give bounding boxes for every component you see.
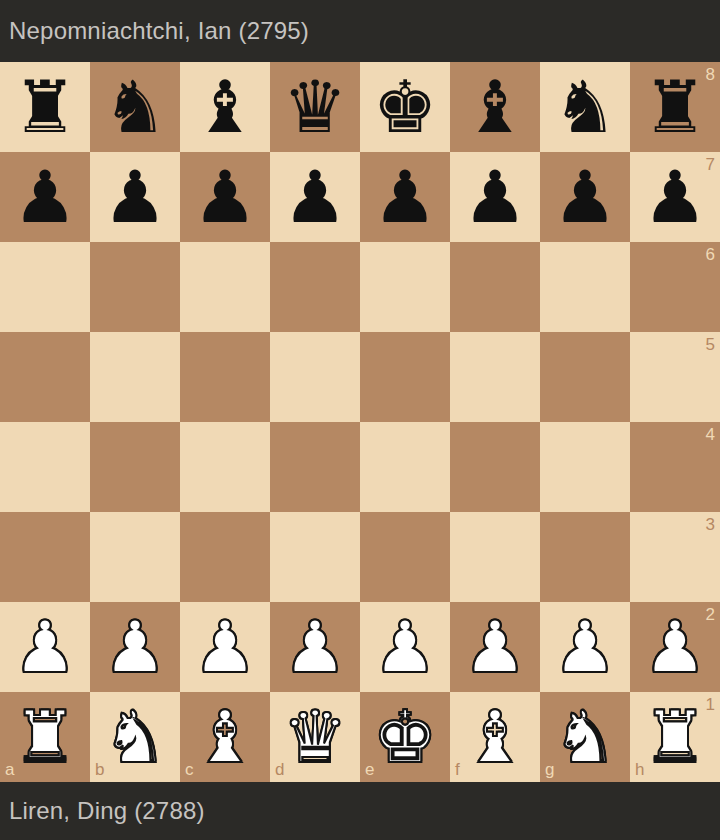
square-e6[interactable]: [360, 242, 450, 332]
square-b5[interactable]: [90, 332, 180, 422]
square-b8[interactable]: ♞: [90, 62, 180, 152]
square-h5[interactable]: 5: [630, 332, 720, 422]
piece-black-pawn[interactable]: ♟: [540, 152, 630, 242]
square-c4[interactable]: [180, 422, 270, 512]
square-c2[interactable]: ♟: [180, 602, 270, 692]
piece-white-queen[interactable]: ♛: [270, 692, 360, 782]
square-h4[interactable]: 4: [630, 422, 720, 512]
piece-black-pawn[interactable]: ♟: [0, 152, 90, 242]
square-a2[interactable]: ♟: [0, 602, 90, 692]
square-f6[interactable]: [450, 242, 540, 332]
square-b6[interactable]: [90, 242, 180, 332]
square-b3[interactable]: [90, 512, 180, 602]
coord-rank-5: 5: [706, 336, 715, 353]
square-g1[interactable]: g♞: [540, 692, 630, 782]
square-g2[interactable]: ♟: [540, 602, 630, 692]
piece-black-king[interactable]: ♚: [360, 62, 450, 152]
player-name-bottom: Liren, Ding (2788): [9, 797, 205, 825]
piece-black-pawn[interactable]: ♟: [630, 152, 720, 242]
piece-black-rook[interactable]: ♜: [630, 62, 720, 152]
square-b7[interactable]: ♟: [90, 152, 180, 242]
square-f4[interactable]: [450, 422, 540, 512]
square-h3[interactable]: 3: [630, 512, 720, 602]
chess-board: ♜♞♝♛♚♝♞8♜♟♟♟♟♟♟♟7♟6543♟♟♟♟♟♟♟2♟a♜b♞c♝d♛e…: [0, 62, 720, 782]
square-a8[interactable]: ♜: [0, 62, 90, 152]
player-bar-bottom: Liren, Ding (2788): [0, 782, 720, 840]
square-a5[interactable]: [0, 332, 90, 422]
square-b1[interactable]: b♞: [90, 692, 180, 782]
piece-white-bishop[interactable]: ♝: [180, 692, 270, 782]
square-a1[interactable]: a♜: [0, 692, 90, 782]
piece-black-queen[interactable]: ♛: [270, 62, 360, 152]
piece-white-pawn[interactable]: ♟: [180, 602, 270, 692]
square-c6[interactable]: [180, 242, 270, 332]
coord-rank-4: 4: [706, 426, 715, 443]
player-bar-top: Nepomniachtchi, Ian (2795): [0, 0, 720, 62]
square-e3[interactable]: [360, 512, 450, 602]
piece-white-pawn[interactable]: ♟: [0, 602, 90, 692]
square-c3[interactable]: [180, 512, 270, 602]
square-b4[interactable]: [90, 422, 180, 512]
square-g8[interactable]: ♞: [540, 62, 630, 152]
piece-black-bishop[interactable]: ♝: [180, 62, 270, 152]
piece-white-pawn[interactable]: ♟: [540, 602, 630, 692]
square-d4[interactable]: [270, 422, 360, 512]
square-c7[interactable]: ♟: [180, 152, 270, 242]
piece-white-knight[interactable]: ♞: [540, 692, 630, 782]
piece-white-pawn[interactable]: ♟: [450, 602, 540, 692]
piece-black-rook[interactable]: ♜: [0, 62, 90, 152]
square-f2[interactable]: ♟: [450, 602, 540, 692]
square-c5[interactable]: [180, 332, 270, 422]
coord-rank-6: 6: [706, 246, 715, 263]
piece-white-pawn[interactable]: ♟: [270, 602, 360, 692]
square-e2[interactable]: ♟: [360, 602, 450, 692]
square-d3[interactable]: [270, 512, 360, 602]
piece-white-rook[interactable]: ♜: [630, 692, 720, 782]
coord-rank-3: 3: [706, 516, 715, 533]
square-f3[interactable]: [450, 512, 540, 602]
piece-white-pawn[interactable]: ♟: [360, 602, 450, 692]
piece-black-pawn[interactable]: ♟: [450, 152, 540, 242]
piece-black-pawn[interactable]: ♟: [90, 152, 180, 242]
player-name-top: Nepomniachtchi, Ian (2795): [9, 17, 309, 45]
piece-black-bishop[interactable]: ♝: [450, 62, 540, 152]
square-c1[interactable]: c♝: [180, 692, 270, 782]
square-e7[interactable]: ♟: [360, 152, 450, 242]
square-g6[interactable]: [540, 242, 630, 332]
square-f5[interactable]: [450, 332, 540, 422]
square-d2[interactable]: ♟: [270, 602, 360, 692]
square-g7[interactable]: ♟: [540, 152, 630, 242]
piece-white-king[interactable]: ♚: [360, 692, 450, 782]
piece-black-pawn[interactable]: ♟: [360, 152, 450, 242]
square-g4[interactable]: [540, 422, 630, 512]
square-a3[interactable]: [0, 512, 90, 602]
square-a6[interactable]: [0, 242, 90, 332]
piece-white-bishop[interactable]: ♝: [450, 692, 540, 782]
square-b2[interactable]: ♟: [90, 602, 180, 692]
square-e1[interactable]: e♚: [360, 692, 450, 782]
square-f1[interactable]: f♝: [450, 692, 540, 782]
piece-black-knight[interactable]: ♞: [90, 62, 180, 152]
piece-black-pawn[interactable]: ♟: [270, 152, 360, 242]
square-d8[interactable]: ♛: [270, 62, 360, 152]
square-e5[interactable]: [360, 332, 450, 422]
square-a4[interactable]: [0, 422, 90, 512]
piece-black-pawn[interactable]: ♟: [180, 152, 270, 242]
piece-black-knight[interactable]: ♞: [540, 62, 630, 152]
piece-white-rook[interactable]: ♜: [0, 692, 90, 782]
square-h6[interactable]: 6: [630, 242, 720, 332]
square-f7[interactable]: ♟: [450, 152, 540, 242]
piece-white-pawn[interactable]: ♟: [90, 602, 180, 692]
square-c8[interactable]: ♝: [180, 62, 270, 152]
square-h8[interactable]: 8♜: [630, 62, 720, 152]
square-d7[interactable]: ♟: [270, 152, 360, 242]
square-g5[interactable]: [540, 332, 630, 422]
square-d5[interactable]: [270, 332, 360, 422]
square-h2[interactable]: 2♟: [630, 602, 720, 692]
square-h7[interactable]: 7♟: [630, 152, 720, 242]
square-f8[interactable]: ♝: [450, 62, 540, 152]
square-d6[interactable]: [270, 242, 360, 332]
square-g3[interactable]: [540, 512, 630, 602]
piece-white-pawn[interactable]: ♟: [630, 602, 720, 692]
square-d1[interactable]: d♛: [270, 692, 360, 782]
piece-white-knight[interactable]: ♞: [90, 692, 180, 782]
square-h1[interactable]: 1h♜: [630, 692, 720, 782]
square-e4[interactable]: [360, 422, 450, 512]
square-a7[interactable]: ♟: [0, 152, 90, 242]
square-e8[interactable]: ♚: [360, 62, 450, 152]
